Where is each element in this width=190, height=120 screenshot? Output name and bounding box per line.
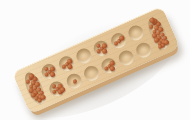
pit-bottom-6[interactable] — [134, 40, 154, 60]
pit-bottom-5[interactable] — [116, 48, 136, 68]
pit-top-5[interactable] — [108, 30, 128, 50]
seed — [66, 63, 73, 70]
pit-bottom-4[interactable] — [99, 55, 119, 75]
seed — [49, 71, 56, 78]
seed — [109, 65, 116, 72]
pit-top-1[interactable] — [39, 61, 59, 81]
pit-top-2[interactable] — [56, 53, 76, 73]
seed — [72, 79, 77, 84]
pit-top-6[interactable] — [126, 23, 146, 43]
pit-top-4[interactable] — [91, 38, 111, 58]
seed — [59, 86, 66, 93]
mancala-photo — [0, 0, 190, 120]
seed — [101, 47, 108, 54]
pit-bottom-3[interactable] — [81, 63, 101, 83]
pit-top-3[interactable] — [74, 46, 94, 66]
pit-bottom-2[interactable] — [64, 71, 84, 91]
pit-bottom-1[interactable] — [47, 79, 67, 99]
seed — [118, 34, 125, 41]
